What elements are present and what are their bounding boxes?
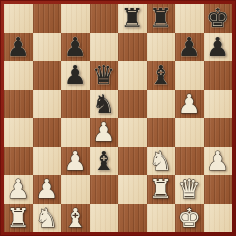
square-f4[interactable] <box>147 118 176 147</box>
piece-black-pawn[interactable]: ♟ <box>64 62 87 88</box>
square-f1[interactable] <box>147 204 176 233</box>
piece-black-rook[interactable]: ♜ <box>121 5 144 31</box>
piece-white-knight[interactable]: ♞ <box>149 148 172 174</box>
chess-board: ♜♜♚♟♟♟♟♟♛♝♞♟♟♟♝♞♟♟♟♜♛♜♞♝♚ <box>4 4 232 232</box>
piece-white-pawn[interactable]: ♟ <box>64 148 87 174</box>
square-f6[interactable]: ♝ <box>147 61 176 90</box>
piece-black-pawn[interactable]: ♟ <box>64 34 87 60</box>
square-a8[interactable] <box>4 4 33 33</box>
chess-board-frame-inner: ♜♜♚♟♟♟♟♟♛♝♞♟♟♟♝♞♟♟♟♜♛♜♞♝♚ <box>1 1 235 235</box>
square-f5[interactable] <box>147 90 176 119</box>
piece-white-king[interactable]: ♚ <box>178 205 201 231</box>
square-g3[interactable] <box>175 147 204 176</box>
square-a1[interactable]: ♜ <box>4 204 33 233</box>
square-c8[interactable] <box>61 4 90 33</box>
square-g7[interactable]: ♟ <box>175 33 204 62</box>
square-g8[interactable] <box>175 4 204 33</box>
square-h4[interactable] <box>204 118 233 147</box>
square-a7[interactable]: ♟ <box>4 33 33 62</box>
square-b4[interactable] <box>33 118 62 147</box>
piece-white-pawn[interactable]: ♟ <box>178 91 201 117</box>
square-h2[interactable] <box>204 175 233 204</box>
square-h1[interactable] <box>204 204 233 233</box>
piece-white-bishop[interactable]: ♝ <box>64 205 87 231</box>
square-d5[interactable]: ♞ <box>90 90 119 119</box>
square-a2[interactable]: ♟ <box>4 175 33 204</box>
square-d3[interactable]: ♝ <box>90 147 119 176</box>
square-c5[interactable] <box>61 90 90 119</box>
square-g5[interactable]: ♟ <box>175 90 204 119</box>
square-h7[interactable]: ♟ <box>204 33 233 62</box>
square-d4[interactable]: ♟ <box>90 118 119 147</box>
square-a6[interactable] <box>4 61 33 90</box>
square-a5[interactable] <box>4 90 33 119</box>
square-d7[interactable] <box>90 33 119 62</box>
piece-white-pawn[interactable]: ♟ <box>35 176 58 202</box>
square-e3[interactable] <box>118 147 147 176</box>
piece-black-bishop[interactable]: ♝ <box>149 62 172 88</box>
square-b1[interactable]: ♞ <box>33 204 62 233</box>
square-d6[interactable]: ♛ <box>90 61 119 90</box>
piece-white-rook[interactable]: ♜ <box>7 205 30 231</box>
piece-black-knight[interactable]: ♞ <box>92 91 115 117</box>
square-c1[interactable]: ♝ <box>61 204 90 233</box>
square-e8[interactable]: ♜ <box>118 4 147 33</box>
square-d2[interactable] <box>90 175 119 204</box>
square-e2[interactable] <box>118 175 147 204</box>
square-c4[interactable] <box>61 118 90 147</box>
chess-board-frame: ♜♜♚♟♟♟♟♟♛♝♞♟♟♟♝♞♟♟♟♜♛♜♞♝♚ <box>0 0 236 236</box>
piece-white-knight[interactable]: ♞ <box>35 205 58 231</box>
square-e7[interactable] <box>118 33 147 62</box>
square-b3[interactable] <box>33 147 62 176</box>
square-f8[interactable]: ♜ <box>147 4 176 33</box>
piece-white-pawn[interactable]: ♟ <box>92 119 115 145</box>
piece-white-rook[interactable]: ♜ <box>149 176 172 202</box>
square-f2[interactable]: ♜ <box>147 175 176 204</box>
square-d1[interactable] <box>90 204 119 233</box>
square-d8[interactable] <box>90 4 119 33</box>
square-b5[interactable] <box>33 90 62 119</box>
piece-white-queen[interactable]: ♛ <box>178 176 201 202</box>
square-c7[interactable]: ♟ <box>61 33 90 62</box>
piece-white-pawn[interactable]: ♟ <box>206 148 229 174</box>
square-e1[interactable] <box>118 204 147 233</box>
square-h6[interactable] <box>204 61 233 90</box>
piece-black-rook[interactable]: ♜ <box>149 5 172 31</box>
square-c3[interactable]: ♟ <box>61 147 90 176</box>
square-b6[interactable] <box>33 61 62 90</box>
square-b8[interactable] <box>33 4 62 33</box>
square-e4[interactable] <box>118 118 147 147</box>
square-e6[interactable] <box>118 61 147 90</box>
piece-black-pawn[interactable]: ♟ <box>7 34 30 60</box>
piece-black-queen[interactable]: ♛ <box>92 62 115 88</box>
square-g6[interactable] <box>175 61 204 90</box>
square-e5[interactable] <box>118 90 147 119</box>
piece-black-king[interactable]: ♚ <box>206 5 229 31</box>
square-b2[interactable]: ♟ <box>33 175 62 204</box>
square-h3[interactable]: ♟ <box>204 147 233 176</box>
square-h8[interactable]: ♚ <box>204 4 233 33</box>
piece-black-pawn[interactable]: ♟ <box>178 34 201 60</box>
square-g2[interactable]: ♛ <box>175 175 204 204</box>
piece-black-pawn[interactable]: ♟ <box>206 34 229 60</box>
piece-black-bishop[interactable]: ♝ <box>92 148 115 174</box>
piece-white-pawn[interactable]: ♟ <box>7 176 30 202</box>
square-g4[interactable] <box>175 118 204 147</box>
square-c6[interactable]: ♟ <box>61 61 90 90</box>
square-b7[interactable] <box>33 33 62 62</box>
square-a4[interactable] <box>4 118 33 147</box>
square-g1[interactable]: ♚ <box>175 204 204 233</box>
square-a3[interactable] <box>4 147 33 176</box>
square-f7[interactable] <box>147 33 176 62</box>
square-f3[interactable]: ♞ <box>147 147 176 176</box>
square-c2[interactable] <box>61 175 90 204</box>
square-h5[interactable] <box>204 90 233 119</box>
